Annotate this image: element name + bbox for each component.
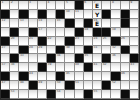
crossword-cell-r6c8[interactable]: 30 (65, 46, 74, 55)
crossword-cell-r7c8[interactable] (65, 54, 74, 63)
crossword-cell-r3c7[interactable]: 15 (56, 19, 65, 28)
crossword-cell-r7c1[interactable] (1, 54, 10, 63)
crossword-cell-r8c15[interactable]: 43 (130, 63, 139, 72)
clue-number: 23 (75, 37, 79, 40)
clue-number: 6 (84, 1, 86, 4)
crossword-cell-r11c2[interactable]: 53 (10, 90, 19, 99)
cell-letter: Y (93, 12, 101, 18)
crossword-cell-r9c8[interactable]: 45 (65, 72, 74, 81)
crossword-cell-r2c4[interactable] (29, 10, 38, 19)
clue-number: 9 (130, 1, 132, 4)
clue-number: 45 (66, 72, 70, 75)
crossword-cell-r8c11[interactable]: 41 (93, 63, 102, 72)
clue-number: 34 (57, 54, 61, 57)
black-cell-r11c14 (121, 90, 130, 99)
clue-number: 50 (57, 81, 61, 84)
crossword-cell-r4c8[interactable] (65, 28, 74, 37)
crossword-cell-r1c15[interactable]: 9 (130, 1, 139, 10)
clue-number: 46 (121, 72, 125, 75)
clue-number: 18 (84, 28, 88, 31)
crossword-cell-r7c7[interactable]: 34 (56, 54, 65, 63)
black-cell-r4c11 (93, 28, 102, 37)
crossword-cell-r8c7[interactable] (56, 63, 65, 72)
crossword-cell-r5c7[interactable] (56, 37, 65, 46)
crossword-cell-r3c4[interactable] (29, 19, 38, 28)
black-cell-r9c7 (56, 72, 65, 81)
crossword-cell-r3c13[interactable] (111, 19, 120, 28)
crossword-cell-r6c11[interactable]: 31 (93, 46, 102, 55)
crossword-cell-r3c1[interactable]: 12 (1, 19, 10, 28)
clue-number: 35 (84, 54, 88, 57)
crossword-cell-r2c15[interactable] (130, 10, 139, 19)
clue-number: 14 (38, 19, 42, 22)
clue-number: 5 (66, 1, 68, 4)
clue-number: 49 (38, 81, 42, 84)
clue-number: 22 (47, 37, 51, 40)
crossword-cell-r10c13[interactable]: 52 (111, 81, 120, 90)
crossword-cell-r8c8[interactable] (65, 63, 74, 72)
crossword-cell-r6c5[interactable]: 29 (38, 46, 47, 55)
crossword-cell-r8c9[interactable]: 40 (75, 63, 84, 72)
black-cell-r11c6 (47, 90, 56, 99)
crossword-cell-r4c5[interactable]: 17 (38, 28, 47, 37)
crossword-cell-r6c1[interactable]: 27 (1, 46, 10, 55)
crossword-cell-r5c11[interactable]: 24 (93, 37, 102, 46)
crossword-cell-r11c13[interactable] (111, 90, 120, 99)
crossword-cell-r10c9[interactable]: 51 (75, 81, 84, 90)
crossword-cell-r7c11[interactable] (93, 54, 102, 63)
crossword-cell-r11c5[interactable] (38, 90, 47, 99)
crossword-cell-r7c14[interactable] (121, 54, 130, 63)
crossword-cell-r1c7[interactable] (56, 1, 65, 10)
crossword-cell-r10c3[interactable]: 48 (19, 81, 28, 90)
crossword-cell-r11c7[interactable]: 54 (56, 90, 65, 99)
crossword-cell-r9c9[interactable] (75, 72, 84, 81)
clue-number: 42 (103, 63, 107, 66)
crossword-cell-r5c9[interactable]: 23 (75, 37, 84, 46)
crossword-cell-r2c9[interactable]: 11 (75, 10, 84, 19)
crossword-cell-r2c13[interactable] (111, 10, 120, 19)
clue-number: 54 (57, 90, 61, 93)
black-cell-r3c8 (65, 19, 74, 28)
clue-number: 43 (130, 63, 134, 66)
crossword-cell-r8c13[interactable] (111, 63, 120, 72)
crossword-cell-r7c5[interactable] (38, 54, 47, 63)
crossword-cell-r6c4[interactable]: 28 (29, 46, 38, 55)
black-cell-r7c12 (102, 54, 111, 63)
crossword-cell-r3c5[interactable]: 14 (38, 19, 47, 28)
crossword-cell-r11c11[interactable]: 55 (93, 90, 102, 99)
crossword-cell-r8c1[interactable]: 37 (1, 63, 10, 72)
crossword-cell-r9c5[interactable] (38, 72, 47, 81)
black-cell-r1c9 (75, 1, 84, 10)
crossword-cell-r5c14[interactable]: 26 (121, 37, 130, 46)
black-cell-r2c12 (102, 10, 111, 19)
crossword-grid: 1234567E891011Y1213141516E17181920212223… (0, 0, 140, 100)
clue-number: 2 (11, 1, 13, 4)
crossword-cell-r5c12[interactable]: 25 (102, 37, 111, 46)
crossword-cell-r8c12[interactable]: 42 (102, 63, 111, 72)
crossword-cell-r5c2[interactable]: 20 (10, 37, 19, 46)
black-cell-r10c4 (29, 81, 38, 90)
black-cell-r11c10 (84, 90, 93, 99)
crossword-cell-r1c8[interactable]: 5 (65, 1, 74, 10)
crossword-cell-r10c2[interactable] (10, 81, 19, 90)
crossword-cell-r8c14[interactable] (121, 63, 130, 72)
clue-number: 37 (2, 63, 6, 66)
clue-number: 38 (11, 63, 15, 66)
clue-number: 11 (75, 10, 79, 13)
black-cell-r2c1 (1, 10, 10, 19)
clue-number: 12 (2, 19, 6, 22)
black-cell-r4c12 (102, 28, 111, 37)
crossword-cell-r3c3[interactable]: 13 (19, 19, 28, 28)
crossword-cell-r2c10[interactable] (84, 10, 93, 19)
clue-number: 27 (2, 46, 6, 49)
crossword-cell-r7c3[interactable]: 33 (19, 54, 28, 63)
crossword-cell-r6c6[interactable] (47, 46, 56, 55)
crossword-cell-r4c13[interactable]: 19 (111, 28, 120, 37)
black-cell-r2c7 (56, 10, 65, 19)
clue-number: 21 (29, 37, 33, 40)
crossword-cell-r11c15[interactable] (130, 90, 139, 99)
crossword-cell-r1c1[interactable]: 1 (1, 1, 10, 10)
black-cell-r11c1 (1, 90, 10, 99)
crossword-cell-r6c12[interactable] (102, 46, 111, 55)
clue-number: 15 (57, 19, 61, 22)
clue-number: 36 (112, 54, 116, 57)
black-cell-r3c14 (121, 19, 130, 28)
black-cell-r4c9 (75, 28, 84, 37)
crossword-cell-r7c10[interactable]: 35 (84, 54, 93, 63)
crossword-cell-r2c2[interactable] (10, 10, 19, 19)
black-cell-r10c8 (65, 81, 74, 90)
crossword-cell-r9c2[interactable] (10, 72, 19, 81)
crossword-cell-r5c15[interactable] (130, 37, 139, 46)
crossword-cell-r9c11[interactable] (93, 72, 102, 81)
clue-number: 29 (38, 46, 42, 49)
crossword-cell-r4c3[interactable] (19, 28, 28, 37)
clue-number: 17 (38, 28, 42, 31)
clue-number: 8 (112, 1, 114, 4)
black-cell-r10c12 (102, 81, 111, 90)
clue-number: 28 (29, 46, 33, 49)
crossword-cell-r4c1[interactable] (1, 28, 10, 37)
crossword-cell-r2c6[interactable] (47, 10, 56, 19)
crossword-cell-r5c10[interactable] (84, 37, 93, 46)
clue-number: 10 (66, 10, 70, 13)
black-cell-r9c1 (1, 72, 10, 81)
crossword-cell-r3c2[interactable] (10, 19, 19, 28)
clue-number: 4 (47, 1, 49, 4)
crossword-cell-r1c12[interactable] (102, 1, 111, 10)
clue-number: 19 (112, 28, 116, 31)
crossword-cell-r3c6[interactable] (47, 19, 56, 28)
crossword-cell-r11c9[interactable] (75, 90, 84, 99)
clue-number: 39 (47, 63, 51, 66)
clue-number: 25 (103, 37, 107, 40)
black-cell-r9c13 (111, 72, 120, 81)
crossword-cell-r11c8[interactable] (65, 90, 74, 99)
crossword-cell-r10c7[interactable]: 50 (56, 81, 65, 90)
crossword-cell-r7c13[interactable]: 36 (111, 54, 120, 63)
crossword-cell-r3c11[interactable]: 16E (93, 19, 102, 28)
clue-number: 13 (20, 19, 24, 22)
crossword-cell-r1c11[interactable]: 7E (93, 1, 102, 10)
crossword-cell-r9c4[interactable]: 44 (29, 72, 38, 81)
crossword-cell-r4c7[interactable] (56, 28, 65, 37)
crossword-cell-r6c15[interactable] (130, 46, 139, 55)
crossword-cell-r2c8[interactable]: 10 (65, 10, 74, 19)
crossword-cell-r2c11[interactable]: Y (93, 10, 102, 19)
crossword-cell-r11c4[interactable] (29, 90, 38, 99)
black-cell-r4c4 (29, 28, 38, 37)
black-cell-r2c14 (121, 10, 130, 19)
black-cell-r7c6 (47, 54, 56, 63)
crossword-cell-r1c14[interactable] (121, 1, 130, 10)
clue-number: 52 (112, 81, 116, 84)
crossword-cell-r7c4[interactable] (29, 54, 38, 63)
crossword-cell-r9c6[interactable] (47, 72, 56, 81)
crossword-cell-r4c10[interactable]: 18 (84, 28, 93, 37)
crossword-cell-r3c15[interactable] (130, 19, 139, 28)
cell-letter: E (93, 21, 101, 27)
crossword-cell-r8c4[interactable] (29, 63, 38, 72)
clue-number: 51 (75, 81, 79, 84)
black-cell-r8c10 (84, 63, 93, 72)
clue-number: 33 (20, 54, 24, 57)
crossword-cell-r1c10[interactable]: 6 (84, 1, 93, 10)
clue-number: 26 (121, 37, 125, 40)
black-cell-r3c10 (84, 19, 93, 28)
black-cell-r4c2 (10, 28, 19, 37)
black-cell-r5c1 (1, 37, 10, 46)
crossword-cell-r1c13[interactable]: 8 (111, 1, 120, 10)
black-cell-r6c7 (56, 46, 65, 55)
crossword-cell-r8c2[interactable]: 38 (10, 63, 19, 72)
black-cell-r2c5 (38, 10, 47, 19)
clue-number: 24 (93, 37, 97, 40)
crossword-cell-r1c2[interactable]: 2 (10, 1, 19, 10)
clue-number: 47 (2, 81, 6, 84)
clue-number: 31 (93, 46, 97, 49)
crossword-cell-r9c12[interactable] (102, 72, 111, 81)
crossword-cell-r9c14[interactable]: 46 (121, 72, 130, 81)
crossword-cell-r3c12[interactable] (102, 19, 111, 28)
crossword-cell-r10c5[interactable]: 49 (38, 81, 47, 90)
crossword-cell-r10c10[interactable] (84, 81, 93, 90)
clue-number: 32 (112, 46, 116, 49)
crossword-cell-r8c6[interactable]: 39 (47, 63, 56, 72)
crossword-cell-r10c15[interactable] (130, 81, 139, 90)
clue-number: 44 (29, 72, 33, 75)
crossword-cell-r10c6[interactable] (47, 81, 56, 90)
clue-number: 41 (93, 63, 97, 66)
crossword-cell-r4c6[interactable] (47, 28, 56, 37)
crossword-cell-r3c9[interactable] (75, 19, 84, 28)
crossword-cell-r1c5[interactable] (38, 1, 47, 10)
crossword-cell-r4c14[interactable] (121, 28, 130, 37)
black-cell-r9c3 (19, 72, 28, 81)
crossword-page: 1234567E891011Y1213141516E17181920212223… (0, 0, 140, 100)
crossword-cell-r6c9[interactable] (75, 46, 84, 55)
black-cell-r5c13 (111, 37, 120, 46)
black-cell-r6c3 (19, 46, 28, 55)
crossword-cell-r10c14[interactable] (121, 81, 130, 90)
clue-number: 53 (11, 90, 15, 93)
crossword-cell-r8c3[interactable] (19, 63, 28, 72)
crossword-cell-r5c3[interactable] (19, 37, 28, 46)
black-cell-r6c14 (121, 46, 130, 55)
crossword-cell-r9c15[interactable] (130, 72, 139, 81)
crossword-cell-r4c15[interactable] (130, 28, 139, 37)
clue-number: 1 (2, 1, 4, 4)
crossword-cell-r11c12[interactable] (102, 90, 111, 99)
clue-number: 20 (11, 37, 15, 40)
crossword-cell-r10c1[interactable]: 47 (1, 81, 10, 90)
crossword-cell-r1c3[interactable] (19, 1, 28, 10)
black-cell-r7c15 (130, 54, 139, 63)
clue-number: 40 (75, 63, 79, 66)
crossword-cell-r10c11[interactable] (93, 81, 102, 90)
black-cell-r7c9 (75, 54, 84, 63)
crossword-cell-r5c4[interactable]: 21 (29, 37, 38, 46)
crossword-cell-r5c6[interactable]: 22 (47, 37, 56, 46)
black-cell-r7c2 (10, 54, 19, 63)
crossword-cell-r11c3[interactable] (19, 90, 28, 99)
crossword-cell-r6c2[interactable] (10, 46, 19, 55)
clue-number: 3 (29, 1, 31, 4)
crossword-cell-r1c4[interactable]: 3 (29, 1, 38, 10)
black-cell-r5c8 (65, 37, 74, 46)
black-cell-r2c3 (19, 10, 28, 19)
clue-number: 48 (20, 81, 24, 84)
clue-number: 30 (66, 46, 70, 49)
black-cell-r5c5 (38, 37, 47, 46)
clue-number: 55 (93, 90, 97, 93)
black-cell-r6c10 (84, 46, 93, 55)
crossword-cell-r9c10[interactable] (84, 72, 93, 81)
cell-letter: E (93, 3, 101, 9)
crossword-cell-r1c6[interactable]: 4 (47, 1, 56, 10)
crossword-cell-r6c13[interactable]: 32 (111, 46, 120, 55)
black-cell-r8c5 (38, 63, 47, 72)
